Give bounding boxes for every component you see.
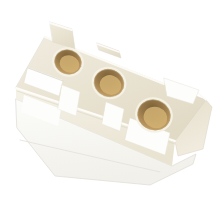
spacer-block-illustration [0,0,221,200]
product-photo [0,0,221,200]
